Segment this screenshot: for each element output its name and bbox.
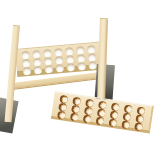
frame_panel-slot-r3c4[interactable] — [54, 64, 66, 73]
frame-panel-grid — [15, 43, 103, 71]
frame_panel-slot-r3c2[interactable] — [32, 66, 44, 75]
empty-hole — [70, 113, 79, 122]
empty-hole — [33, 66, 42, 75]
frame_panel-slot-r3c1[interactable] — [21, 67, 33, 76]
wooden-connect-four-photo — [0, 0, 160, 160]
loose-hole-panel — [51, 91, 154, 133]
empty-hole — [134, 122, 143, 131]
loose-panel-grid — [51, 92, 151, 130]
empty-hole — [83, 115, 92, 124]
loose_panel-slot-r3c7[interactable] — [131, 122, 145, 132]
empty-hole — [95, 116, 104, 125]
empty-hole — [121, 120, 130, 129]
frame-hole-panel — [15, 42, 103, 77]
empty-hole — [108, 118, 117, 127]
frame_panel-slot-r3c3[interactable] — [43, 65, 55, 74]
empty-hole — [44, 65, 53, 74]
empty-hole — [55, 64, 64, 73]
empty-hole — [67, 63, 76, 72]
empty-hole — [78, 62, 87, 71]
empty-hole — [57, 111, 66, 120]
frame_panel-slot-r3c6[interactable] — [76, 62, 88, 71]
empty-hole — [22, 67, 31, 76]
frame_panel-slot-r3c5[interactable] — [65, 63, 77, 72]
